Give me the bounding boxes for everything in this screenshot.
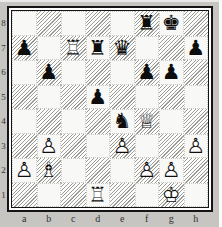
square-h1[interactable]: [184, 183, 209, 208]
black-knight[interactable]: ♞: [111, 110, 134, 133]
square-f1[interactable]: [135, 183, 160, 208]
square-a1[interactable]: [12, 183, 37, 208]
square-f2[interactable]: ♟♙: [135, 158, 160, 183]
square-e8[interactable]: [110, 11, 135, 36]
square-a6[interactable]: [12, 60, 37, 85]
square-h5[interactable]: [184, 85, 209, 110]
square-c8[interactable]: [61, 11, 86, 36]
square-b6[interactable]: ♟: [37, 60, 62, 85]
white-bishop[interactable]: ♗: [37, 158, 62, 183]
square-h8[interactable]: [184, 11, 209, 36]
square-b5[interactable]: [37, 85, 62, 110]
square-c4[interactable]: [61, 109, 86, 134]
white-queen[interactable]: ♕: [135, 109, 160, 134]
black-pawn[interactable]: ♟: [135, 60, 160, 85]
file-label-c: c: [61, 211, 86, 225]
square-d7[interactable]: ♜: [86, 36, 111, 61]
rank-label-1: 1: [0, 183, 7, 208]
rank-label-5: 5: [0, 85, 7, 110]
square-d6[interactable]: [86, 60, 111, 85]
square-c6[interactable]: [61, 60, 86, 85]
white-pawn[interactable]: ♙: [160, 159, 183, 182]
square-g4[interactable]: [159, 109, 184, 134]
black-queen[interactable]: ♛: [110, 36, 135, 61]
square-a5[interactable]: [12, 85, 37, 110]
square-g7[interactable]: [159, 36, 184, 61]
black-rook[interactable]: ♜: [87, 37, 110, 60]
rank-label-3: 3: [0, 134, 7, 159]
square-a3[interactable]: [12, 134, 37, 159]
white-pawn[interactable]: ♙: [38, 135, 61, 158]
square-h4[interactable]: [184, 109, 209, 134]
square-b3[interactable]: ♟♙: [37, 134, 62, 159]
rank-label-4: 4: [0, 109, 7, 134]
square-g3[interactable]: [159, 134, 184, 159]
square-e3[interactable]: ♟♙: [110, 134, 135, 159]
white-rook[interactable]: ♖: [61, 36, 86, 61]
file-label-b: b: [37, 211, 62, 225]
white-pawn[interactable]: ♙: [135, 158, 160, 183]
black-pawn[interactable]: ♟: [185, 37, 208, 60]
square-e7[interactable]: ♛: [110, 36, 135, 61]
square-h7[interactable]: ♟: [184, 36, 209, 61]
square-b1[interactable]: [37, 183, 62, 208]
square-c7[interactable]: ♜♖: [61, 36, 86, 61]
white-rook[interactable]: ♖: [87, 184, 110, 207]
black-pawn[interactable]: ♟: [160, 61, 183, 84]
square-e2[interactable]: [110, 158, 135, 183]
file-label-a: a: [12, 211, 37, 225]
image-top-margin: [0, 0, 222, 2]
square-g6[interactable]: ♟: [159, 60, 184, 85]
black-pawn[interactable]: ♟: [87, 86, 110, 109]
file-label-f: f: [135, 211, 160, 225]
square-d2[interactable]: [86, 158, 111, 183]
square-a2[interactable]: ♟♙: [12, 158, 37, 183]
square-d1[interactable]: ♜♖: [86, 183, 111, 208]
file-labels: abcdefgh: [12, 211, 208, 225]
square-h3[interactable]: ♟♙: [184, 134, 209, 159]
white-pawn[interactable]: ♙: [13, 159, 36, 182]
white-pawn[interactable]: ♙: [110, 134, 135, 159]
square-c5[interactable]: [61, 85, 86, 110]
square-b7[interactable]: [37, 36, 62, 61]
square-e5[interactable]: [110, 85, 135, 110]
square-g8[interactable]: ♚: [159, 11, 184, 36]
black-king[interactable]: ♚: [160, 12, 183, 35]
square-f3[interactable]: [135, 134, 160, 159]
square-e6[interactable]: [110, 60, 135, 85]
square-f6[interactable]: ♟: [135, 60, 160, 85]
chess-board: ♜♚♟♜♖♜♛♟♟♟♟♟♞♛♕♟♙♟♙♟♙♟♙♝♗♟♙♟♙♜♖♚♔: [11, 10, 209, 208]
square-h2[interactable]: [184, 158, 209, 183]
square-g2[interactable]: ♟♙: [159, 158, 184, 183]
square-g5[interactable]: [159, 85, 184, 110]
square-a7[interactable]: ♟: [12, 36, 37, 61]
square-h6[interactable]: [184, 60, 209, 85]
square-a4[interactable]: [12, 109, 37, 134]
square-c2[interactable]: [61, 158, 86, 183]
black-pawn[interactable]: ♟: [12, 36, 37, 61]
board-frame: ♜♚♟♜♖♜♛♟♟♟♟♟♞♛♕♟♙♟♙♟♙♟♙♝♗♟♙♟♙♜♖♚♔: [7, 6, 213, 212]
rank-label-2: 2: [0, 158, 7, 183]
square-f5[interactable]: [135, 85, 160, 110]
rank-label-7: 7: [0, 36, 7, 61]
file-label-h: h: [184, 211, 209, 225]
square-a8[interactable]: [12, 11, 37, 36]
file-label-e: e: [110, 211, 135, 225]
square-c3[interactable]: [61, 134, 86, 159]
square-d8[interactable]: [86, 11, 111, 36]
square-d3[interactable]: [86, 134, 111, 159]
file-label-d: d: [86, 211, 111, 225]
white-king[interactable]: ♔: [159, 183, 184, 208]
square-b4[interactable]: [37, 109, 62, 134]
square-e4[interactable]: ♞: [110, 109, 135, 134]
square-c1[interactable]: [61, 183, 86, 208]
black-rook[interactable]: ♜: [135, 11, 160, 36]
white-pawn[interactable]: ♙: [185, 135, 208, 158]
black-pawn[interactable]: ♟: [37, 60, 62, 85]
square-e1[interactable]: [110, 183, 135, 208]
square-b2[interactable]: ♝♗: [37, 158, 62, 183]
image-right-margin: [219, 0, 222, 227]
square-f8[interactable]: ♜: [135, 11, 160, 36]
chess-diagram: 87654321 ♜♚♟♜♖♜♛♟♟♟♟♟♞♛♕♟♙♟♙♟♙♟♙♝♗♟♙♟♙♜♖…: [0, 0, 222, 227]
square-f7[interactable]: [135, 36, 160, 61]
square-f4[interactable]: ♛♕: [135, 109, 160, 134]
rank-label-6: 6: [0, 60, 7, 85]
square-b8[interactable]: [37, 11, 62, 36]
square-g1[interactable]: ♚♔: [159, 183, 184, 208]
rank-labels: 87654321: [0, 11, 7, 207]
file-label-g: g: [159, 211, 184, 225]
square-d5[interactable]: ♟: [86, 85, 111, 110]
rank-label-8: 8: [0, 11, 7, 36]
square-d4[interactable]: [86, 109, 111, 134]
